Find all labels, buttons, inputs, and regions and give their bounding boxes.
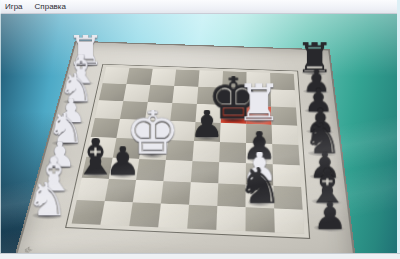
white-rook[interactable]: ♜ — [236, 83, 281, 123]
square-f5[interactable] — [220, 123, 246, 143]
piece-shadow — [248, 176, 271, 184]
captured-black-pawn: ♟ — [309, 206, 349, 232]
square-a7[interactable] — [99, 83, 127, 101]
piece-shadow — [45, 162, 76, 170]
white-bishop: ♝ — [33, 156, 75, 193]
piece-shadow — [304, 108, 332, 115]
square-h3[interactable] — [273, 164, 301, 187]
black-pawn[interactable]: ♟ — [105, 147, 141, 178]
piece-shadow — [309, 173, 340, 181]
square-h1[interactable] — [274, 208, 304, 233]
square-h6[interactable] — [271, 107, 297, 126]
piece-shadow — [141, 151, 164, 159]
black-pawn: ♟ — [302, 69, 330, 94]
black-pawn[interactable]: ♟ — [242, 132, 277, 162]
square-b5[interactable] — [116, 119, 145, 139]
menu-help[interactable]: Справка — [30, 1, 73, 13]
captured-white-knight: ♞ — [29, 195, 72, 220]
square-g3[interactable]: ♟ — [246, 163, 274, 186]
square-a3[interactable]: ♝ — [82, 157, 113, 179]
window-left-edge — [0, 0, 1, 259]
piece-shadow — [57, 119, 86, 126]
square-f3[interactable] — [218, 162, 246, 184]
piece-shadow — [196, 134, 218, 142]
square-e1[interactable] — [187, 205, 217, 230]
square-f1[interactable] — [216, 206, 245, 231]
board-rim: » » » » ♜♝♞♟♞♟♝♞ ♜♟♟♟♞♟♝♟ ♚♜♟♚♟♝♟♟♞ — [12, 41, 358, 254]
square-c5[interactable] — [142, 120, 170, 140]
black-king[interactable]: ♚ — [207, 76, 259, 122]
square-c4[interactable]: ♚ — [139, 139, 168, 160]
white-king[interactable]: ♚ — [125, 110, 180, 158]
square-f6[interactable]: ♚ — [221, 105, 246, 124]
white-knight: ♞ — [26, 182, 68, 218]
captured-white-knight: ♞ — [60, 86, 96, 104]
square-g6[interactable]: ♜ — [246, 106, 271, 125]
square-h2[interactable] — [273, 186, 302, 210]
square-g7[interactable] — [246, 88, 271, 106]
piece-shadow — [111, 171, 135, 179]
square-f4[interactable] — [219, 142, 246, 163]
captured-white-pawn: ♟ — [55, 106, 92, 125]
desktop-background: » » » » ♜♝♞♟♞♟♝♞ ♜♟♟♟♞♟♝♟ ♚♜♟♚♟♝♟♟♞ — [0, 14, 400, 254]
square-b4[interactable] — [113, 138, 142, 159]
square-d8[interactable] — [174, 70, 199, 87]
captured-black-rook: ♜ — [298, 59, 330, 76]
white-pawn: ♟ — [56, 98, 86, 124]
piece-shadow — [248, 198, 272, 207]
black-rook: ♜ — [296, 42, 334, 75]
piece-shadow — [31, 212, 64, 221]
square-d3[interactable] — [163, 160, 192, 182]
square-b2[interactable] — [105, 179, 136, 202]
square-a1[interactable] — [72, 200, 105, 225]
square-g8[interactable] — [246, 72, 270, 89]
white-bishop: ♝ — [63, 53, 99, 85]
square-a4[interactable] — [86, 137, 116, 158]
square-c8[interactable] — [150, 69, 176, 86]
white-pawn[interactable]: ♟ — [242, 152, 278, 183]
square-f7[interactable] — [222, 88, 247, 106]
square-d6[interactable] — [170, 103, 197, 122]
captured-white-tray: ♜♝♞♟♞♟♝♞ — [17, 42, 107, 254]
menu-game[interactable]: Игра — [0, 1, 30, 13]
black-bishop: ♝ — [306, 167, 349, 204]
square-e8[interactable] — [198, 70, 223, 87]
square-d2[interactable] — [161, 181, 191, 205]
square-g1[interactable] — [246, 207, 275, 232]
square-b3[interactable]: ♟ — [109, 158, 139, 180]
square-a2[interactable] — [77, 178, 109, 201]
square-c3[interactable] — [136, 159, 166, 181]
square-c7[interactable] — [148, 85, 174, 103]
captured-black-knight: ♞ — [304, 136, 340, 157]
square-g4[interactable]: ♟ — [246, 143, 273, 164]
white-knight: ♞ — [58, 73, 94, 104]
square-h4[interactable] — [272, 144, 300, 165]
square-c6[interactable] — [145, 102, 172, 121]
board-scene: » » » » ♜♝♞♟♞♟♝♞ ♜♟♟♟♞♟♝♟ ♚♜♟♚♟♝♟♟♞ — [0, 14, 400, 254]
square-g2[interactable]: ♞ — [246, 185, 274, 209]
window-bottom-edge — [0, 253, 400, 259]
menu-bar: Игра Справка — [0, 0, 400, 14]
piece-shadow — [51, 140, 81, 147]
square-d5[interactable] — [168, 121, 195, 141]
piece-shadow — [38, 186, 70, 194]
rim-arrow-icon: » — [78, 46, 88, 52]
captured-white-knight: ♞ — [49, 126, 87, 147]
square-c2[interactable] — [133, 180, 164, 204]
piece-shadow — [313, 224, 346, 233]
square-h7[interactable] — [271, 89, 296, 107]
captured-black-tray: ♜♟♟♟♞♟♝♟ — [297, 49, 354, 254]
board-grid: ♚♜♟♚♟♝♟♟♞ — [66, 65, 309, 238]
white-pawn: ♟ — [44, 141, 76, 169]
piece-shadow — [68, 80, 95, 86]
piece-shadow — [303, 89, 330, 95]
square-f8[interactable] — [222, 71, 246, 88]
square-e3[interactable] — [191, 161, 219, 183]
square-e5[interactable]: ♟ — [194, 122, 221, 142]
square-e2[interactable] — [189, 182, 218, 206]
black-pawn: ♟ — [313, 201, 347, 231]
black-pawn[interactable]: ♟ — [190, 110, 224, 140]
white-knight: ♞ — [47, 113, 85, 146]
square-a5[interactable] — [91, 118, 120, 138]
black-pawn: ♟ — [304, 88, 333, 114]
square-h5[interactable] — [272, 125, 299, 145]
piece-shadow — [84, 170, 108, 178]
square-b6[interactable] — [120, 101, 148, 120]
captured-white-pawn: ♟ — [42, 147, 82, 169]
captured-black-pawn: ♟ — [299, 76, 332, 94]
piece-shadow — [63, 99, 91, 105]
square-a6[interactable] — [95, 100, 123, 119]
captured-black-pawn: ♟ — [301, 95, 335, 114]
captured-white-bishop: ♝ — [65, 68, 100, 85]
captured-white-bishop: ♝ — [36, 170, 77, 193]
piece-shadow — [301, 70, 327, 76]
piece-shadow — [306, 128, 335, 135]
captured-black-pawn: ♟ — [302, 115, 337, 135]
black-knight[interactable]: ♞ — [237, 167, 282, 206]
square-c1[interactable] — [129, 202, 161, 227]
piece-shadow — [223, 116, 244, 123]
square-a8[interactable] — [103, 67, 130, 84]
black-knight: ♞ — [303, 123, 341, 156]
square-e6[interactable] — [195, 104, 221, 123]
captured-white-rook: ♜ — [70, 51, 104, 67]
square-f2[interactable] — [217, 183, 245, 207]
black-bishop[interactable]: ♝ — [73, 137, 118, 176]
piece-shadow — [73, 62, 100, 68]
square-d7[interactable] — [172, 86, 198, 104]
black-pawn: ♟ — [305, 108, 335, 134]
black-pawn: ♟ — [309, 152, 341, 180]
square-b7[interactable] — [123, 84, 150, 102]
square-d1[interactable] — [158, 204, 189, 229]
square-e4[interactable] — [192, 141, 220, 162]
square-d4[interactable] — [166, 140, 194, 161]
captured-black-pawn: ♟ — [305, 158, 343, 181]
chess-titans-window: Игра Справка » » » » ♜♝♞♟♞♟♝♞ ♜♟♟♟♞♟♝♟ ♚… — [0, 0, 400, 259]
square-h8[interactable] — [270, 73, 295, 90]
captured-black-bishop: ♝ — [307, 181, 346, 205]
square-b8[interactable] — [126, 68, 152, 85]
white-rook: ♜ — [67, 35, 104, 67]
square-g5[interactable] — [246, 124, 272, 144]
square-e7[interactable] — [197, 87, 222, 105]
piece-shadow — [311, 198, 343, 206]
piece-shadow — [248, 117, 269, 124]
rim-arrow-icon: » — [314, 54, 323, 60]
piece-shadow — [248, 155, 271, 163]
piece-shadow — [308, 150, 338, 157]
square-b1[interactable] — [100, 201, 132, 226]
